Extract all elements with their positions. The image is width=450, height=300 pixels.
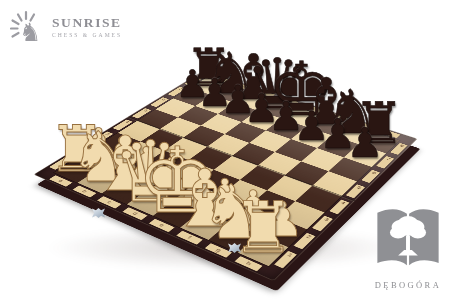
sunrise-subtitle: CHESS & GAMES	[52, 32, 122, 38]
board-plane: aa88bb77cc66dd55ee44ff33gg22hh11	[34, 71, 418, 282]
board-grid	[54, 78, 399, 266]
product-photo-stage: aa88bb77cc66dd55ee44ff33gg22hh11 ♜♞♝♛♚♝♞…	[0, 0, 450, 300]
debogora-title: DĘBOGÓRA	[372, 280, 444, 290]
debogora-tree-icon	[373, 204, 443, 274]
debogora-logo: DĘBOGÓRA	[372, 204, 444, 290]
sunrise-knight-icon: ♞	[10, 7, 48, 45]
svg-text:♞: ♞	[19, 18, 41, 45]
sunrise-logo: ♞ SUNRISE CHESS & GAMES	[10, 7, 122, 45]
sunrise-title: SUNRISE	[52, 15, 122, 31]
